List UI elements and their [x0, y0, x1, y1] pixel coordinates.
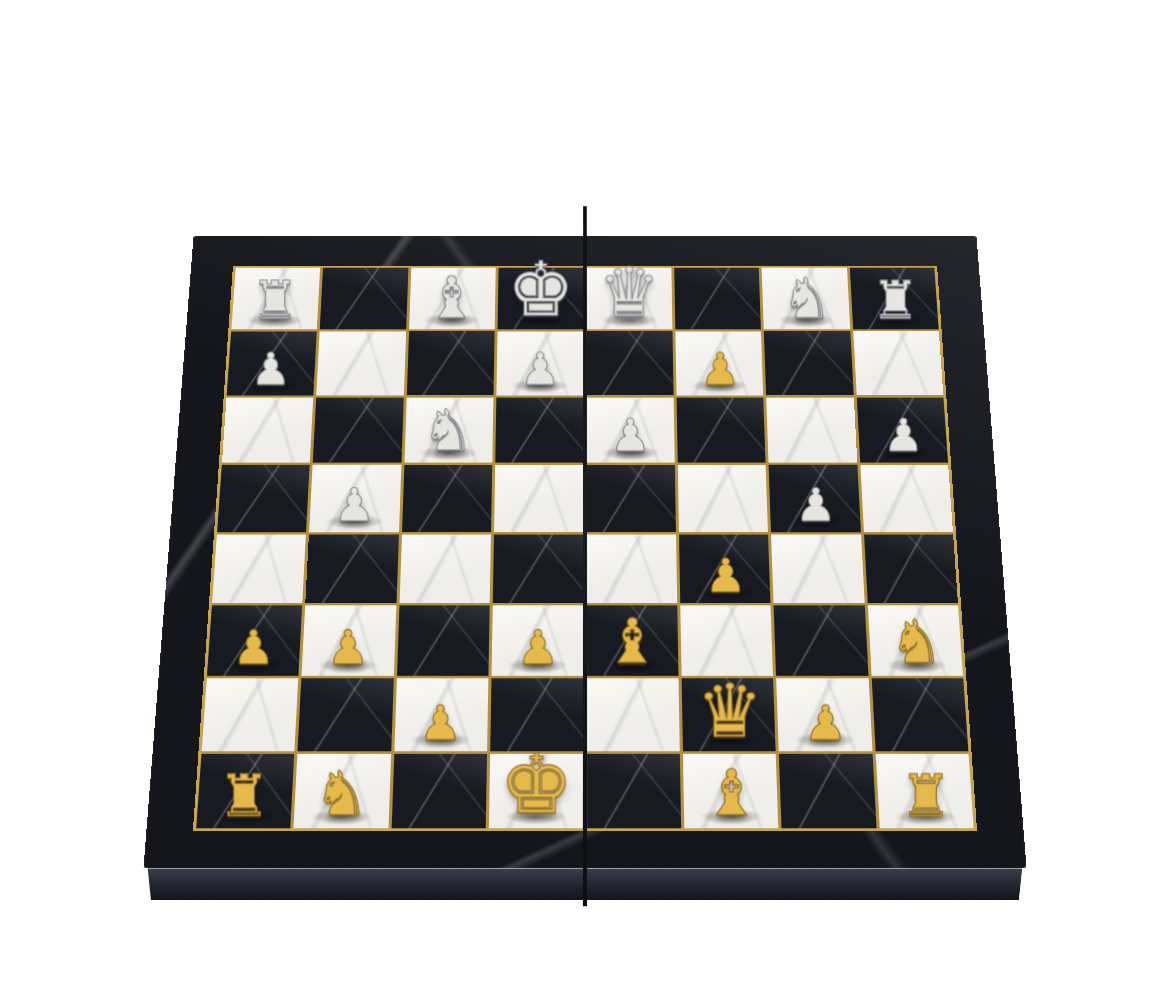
square-a3[interactable]: ♟ [207, 605, 303, 676]
piece-silver-knight[interactable]: ♞ [423, 404, 474, 458]
square-a8[interactable]: ♜ [231, 268, 320, 330]
square-f8[interactable] [674, 268, 761, 330]
piece-silver-pawn[interactable]: ♟ [250, 348, 290, 391]
product-photo-page: ♜♝♚♛♞♜♟♟♟♞♟♟♟♟♟♟♟♟♝♞♟♛♟♜♞♚♝♜ [0, 0, 1170, 997]
square-a4[interactable] [212, 534, 306, 603]
square-f2[interactable]: ♛ [681, 678, 775, 751]
square-a7[interactable]: ♟ [227, 332, 317, 396]
square-d4[interactable] [493, 534, 584, 603]
square-b2[interactable] [298, 678, 394, 751]
square-a2[interactable] [202, 678, 299, 751]
square-g1[interactable] [779, 754, 876, 829]
square-g6[interactable] [766, 397, 856, 462]
board-marble-margin: ♜♝♚♛♞♜♟♟♟♞♟♟♟♟♟♟♟♟♝♞♟♛♟♜♞♚♝♜ [143, 236, 1026, 869]
square-c5[interactable] [402, 465, 493, 532]
square-b6[interactable] [313, 397, 403, 462]
square-b5[interactable]: ♟ [309, 465, 401, 532]
square-g5[interactable]: ♟ [769, 465, 861, 532]
square-f3[interactable] [680, 605, 773, 676]
square-h4[interactable] [864, 534, 958, 603]
piece-gold-pawn[interactable]: ♟ [704, 554, 746, 598]
square-c1[interactable] [391, 754, 487, 829]
square-e1[interactable] [587, 754, 681, 829]
piece-gold-pawn[interactable]: ♟ [327, 626, 369, 671]
board-fold-seam [583, 206, 587, 906]
square-d5[interactable] [494, 465, 583, 532]
square-h2[interactable] [871, 678, 968, 751]
square-c8[interactable]: ♝ [409, 268, 496, 330]
piece-silver-king[interactable]: ♚ [507, 254, 574, 325]
piece-silver-bishop[interactable]: ♝ [426, 270, 478, 325]
piece-gold-rook[interactable]: ♜ [900, 768, 952, 823]
square-g4[interactable] [771, 534, 864, 603]
square-g3[interactable] [774, 605, 868, 676]
square-g7[interactable] [764, 332, 853, 396]
piece-gold-bishop[interactable]: ♝ [605, 612, 660, 671]
piece-gold-pawn[interactable]: ♟ [516, 626, 558, 671]
piece-silver-rook[interactable]: ♜ [251, 275, 298, 325]
piece-gold-pawn[interactable]: ♟ [700, 348, 740, 391]
square-e8[interactable]: ♛ [586, 268, 672, 330]
square-d8[interactable]: ♚ [498, 268, 584, 330]
piece-silver-rook[interactable]: ♜ [872, 275, 919, 325]
piece-silver-queen[interactable]: ♛ [599, 260, 660, 325]
piece-gold-rook[interactable]: ♜ [218, 768, 270, 823]
square-f7[interactable]: ♟ [675, 332, 763, 396]
square-h5[interactable] [860, 465, 953, 532]
piece-silver-knight[interactable]: ♞ [782, 272, 832, 325]
square-f6[interactable] [676, 397, 765, 462]
piece-silver-pawn[interactable]: ♟ [610, 415, 651, 458]
square-h6[interactable]: ♟ [856, 397, 948, 462]
square-a6[interactable] [222, 397, 314, 462]
square-b3[interactable]: ♟ [302, 605, 396, 676]
square-c7[interactable] [407, 332, 495, 396]
piece-silver-pawn[interactable]: ♟ [795, 483, 836, 527]
square-d7[interactable]: ♟ [497, 332, 584, 396]
square-d3[interactable]: ♟ [492, 605, 584, 676]
chess-board: ♜♝♚♛♞♜♟♟♟♞♟♟♟♟♟♟♟♟♝♞♟♛♟♜♞♚♝♜ [143, 236, 1026, 869]
square-h1[interactable]: ♜ [875, 754, 973, 829]
square-b8[interactable] [320, 268, 408, 330]
piece-gold-queen[interactable]: ♛ [696, 676, 762, 746]
square-a1[interactable]: ♜ [196, 754, 294, 829]
square-d1[interactable]: ♚ [489, 754, 583, 829]
piece-gold-bishop[interactable]: ♝ [703, 763, 760, 823]
square-d6[interactable] [495, 397, 583, 462]
piece-silver-pawn[interactable]: ♟ [334, 483, 375, 527]
square-e6[interactable]: ♟ [586, 397, 674, 462]
square-e3[interactable]: ♝ [587, 605, 679, 676]
square-f5[interactable] [678, 465, 769, 532]
square-h3[interactable]: ♞ [867, 605, 963, 676]
square-f1[interactable]: ♝ [683, 754, 779, 829]
board-scene: ♜♝♚♛♞♜♟♟♟♞♟♟♟♟♟♟♟♟♝♞♟♛♟♜♞♚♝♜ [0, 0, 1170, 997]
square-g2[interactable]: ♟ [776, 678, 872, 751]
square-g8[interactable]: ♞ [762, 268, 850, 330]
square-e7[interactable] [586, 332, 673, 396]
piece-gold-pawn[interactable]: ♟ [804, 700, 847, 745]
square-b7[interactable] [317, 332, 406, 396]
square-b1[interactable]: ♞ [294, 754, 391, 829]
square-h7[interactable] [853, 332, 943, 396]
square-c2[interactable]: ♟ [394, 678, 488, 751]
square-e2[interactable] [587, 678, 680, 751]
square-h8[interactable]: ♜ [850, 268, 939, 330]
square-e4[interactable] [587, 534, 678, 603]
piece-silver-pawn[interactable]: ♟ [883, 415, 924, 458]
square-c3[interactable] [397, 605, 490, 676]
piece-silver-pawn[interactable]: ♟ [520, 348, 560, 391]
piece-gold-pawn[interactable]: ♟ [419, 700, 462, 745]
square-a5[interactable] [217, 465, 310, 532]
piece-gold-knight[interactable]: ♞ [890, 614, 943, 671]
square-e5[interactable] [586, 465, 675, 532]
piece-gold-king[interactable]: ♚ [499, 745, 573, 823]
square-f4[interactable]: ♟ [679, 534, 771, 603]
square-b4[interactable] [306, 534, 399, 603]
square-c4[interactable] [399, 534, 491, 603]
piece-gold-pawn[interactable]: ♟ [232, 626, 274, 671]
square-c6[interactable]: ♞ [404, 397, 493, 462]
piece-gold-knight[interactable]: ♞ [314, 765, 369, 823]
